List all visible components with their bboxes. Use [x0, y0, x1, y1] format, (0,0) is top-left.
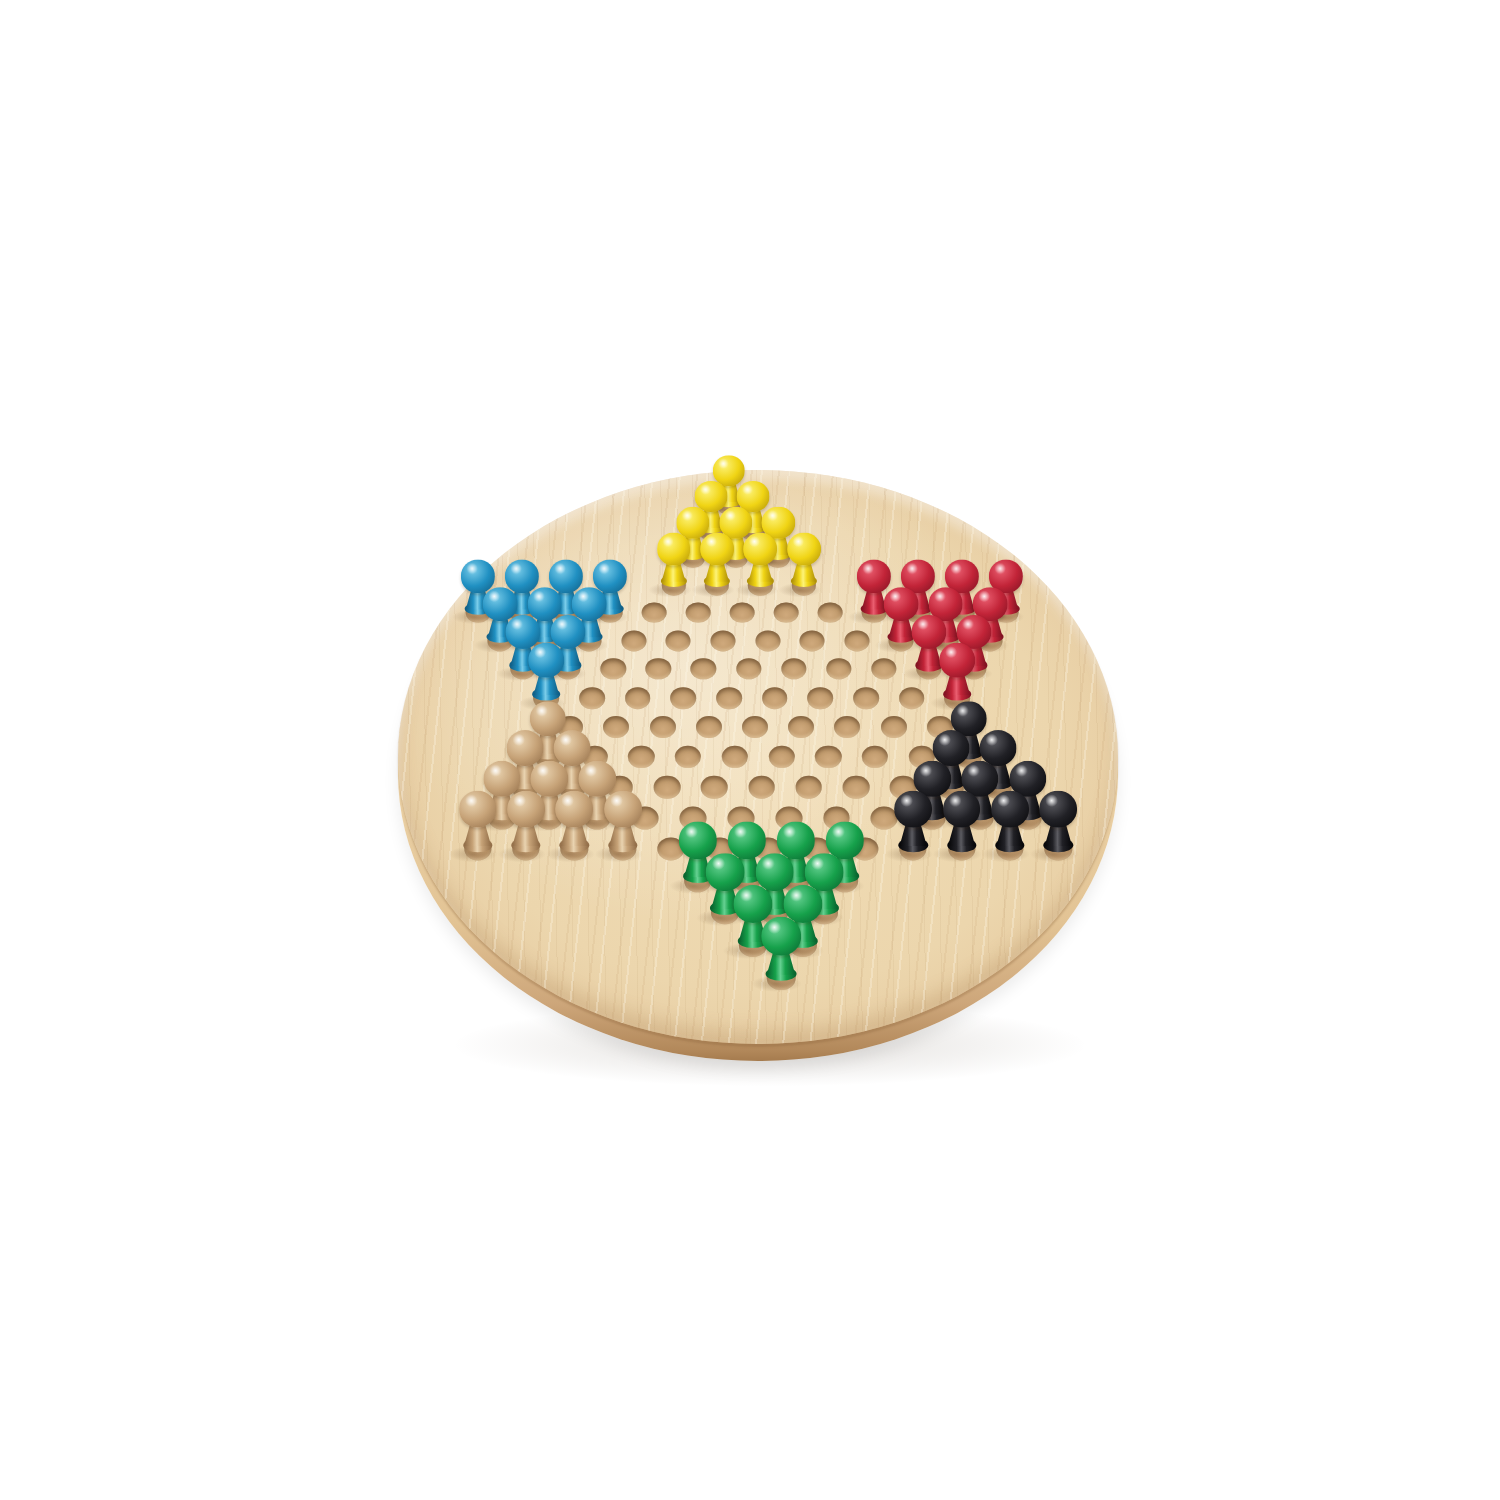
hole[interactable] [881, 716, 907, 738]
hole[interactable] [716, 687, 742, 709]
peg-head [991, 791, 1029, 828]
hole[interactable] [862, 746, 888, 768]
peg-head [805, 853, 844, 891]
hole[interactable] [742, 716, 768, 738]
peg-head [507, 730, 544, 766]
hole[interactable] [646, 658, 671, 679]
hole[interactable] [654, 776, 681, 799]
peg-head [554, 730, 591, 766]
hole[interactable] [710, 630, 735, 651]
peg-head [461, 560, 495, 593]
peg-head [783, 885, 822, 923]
hole[interactable] [628, 746, 654, 768]
peg-head [939, 643, 975, 678]
hole[interactable] [834, 716, 860, 738]
hole[interactable] [826, 658, 851, 679]
peg-head [1039, 791, 1077, 828]
hole[interactable] [800, 630, 825, 651]
hole[interactable] [844, 630, 869, 651]
hole[interactable] [666, 630, 691, 651]
hole[interactable] [781, 658, 806, 679]
peg-head [884, 587, 919, 621]
peg-head [549, 560, 583, 593]
hole[interactable] [853, 687, 879, 709]
hole[interactable] [795, 776, 822, 799]
hole[interactable] [755, 630, 780, 651]
hole[interactable] [807, 687, 833, 709]
peg-head [657, 533, 691, 566]
peg-head [733, 885, 772, 923]
peg-head [761, 917, 801, 956]
hole[interactable] [701, 776, 728, 799]
hole[interactable] [871, 658, 896, 679]
hole[interactable] [650, 716, 676, 738]
hole[interactable] [601, 658, 626, 679]
holes-and-pegs-layer [0, 0, 1500, 1500]
peg-head [943, 791, 981, 828]
hole[interactable] [670, 687, 696, 709]
hole[interactable] [625, 687, 651, 709]
peg-head [744, 533, 778, 566]
peg-head [604, 791, 642, 828]
peg-head [505, 560, 539, 593]
hole[interactable] [686, 602, 711, 623]
hole[interactable] [691, 658, 716, 679]
peg-head [755, 853, 794, 891]
peg-head [555, 791, 593, 828]
peg-head [894, 791, 932, 828]
peg-head [527, 587, 562, 621]
hole[interactable] [696, 716, 722, 738]
peg-head [857, 560, 891, 593]
product-photo [0, 0, 1500, 1500]
hole[interactable] [736, 658, 761, 679]
peg-head [911, 615, 946, 649]
peg-head [507, 791, 545, 828]
peg-head [787, 533, 821, 566]
peg-head [593, 560, 627, 593]
hole[interactable] [722, 746, 748, 768]
hole[interactable] [642, 602, 667, 623]
hole[interactable] [675, 746, 701, 768]
peg-head [700, 533, 734, 566]
hole[interactable] [843, 776, 870, 799]
peg-head [572, 587, 607, 621]
hole[interactable] [818, 602, 843, 623]
hole[interactable] [774, 602, 799, 623]
hole[interactable] [748, 776, 775, 799]
peg-head [551, 615, 586, 649]
peg-head [459, 791, 497, 828]
hole[interactable] [788, 716, 814, 738]
peg-head [483, 587, 518, 621]
hole[interactable] [579, 687, 605, 709]
peg-head [505, 615, 540, 649]
hole[interactable] [815, 746, 841, 768]
hole[interactable] [603, 716, 629, 738]
hole[interactable] [621, 630, 646, 651]
peg-head [706, 853, 745, 891]
hole[interactable] [899, 687, 925, 709]
hole[interactable] [730, 602, 755, 623]
hole[interactable] [762, 687, 788, 709]
peg-head [529, 643, 565, 678]
hole[interactable] [768, 746, 794, 768]
